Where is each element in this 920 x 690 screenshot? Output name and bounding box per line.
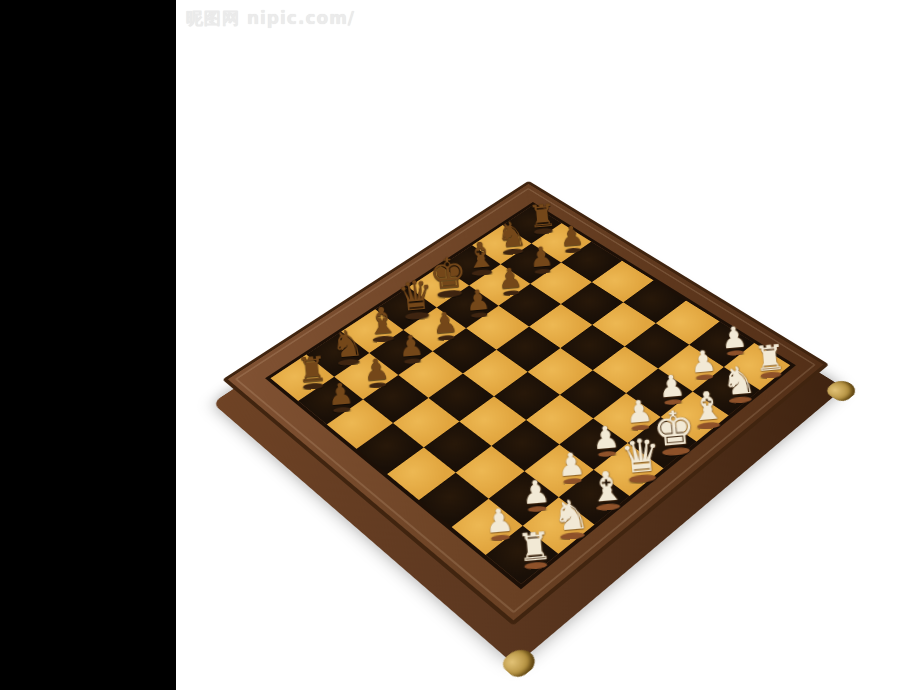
board-frame: ♜♞♝♛♚♝♞♜♟♟♟♟♟♟♟♟♟♟♟♟♟♟♟♟♜♞♝♛♚♝♞♜	[222, 181, 829, 626]
brass-foot-front-icon	[823, 377, 860, 404]
brass-foot-left-icon	[498, 645, 540, 681]
chess-board: ♜♞♝♛♚♝♞♜♟♟♟♟♟♟♟♟♟♟♟♟♟♟♟♟♜♞♝♛♚♝♞♜	[222, 181, 829, 626]
photo-canvas: 昵图网 nipic.com/ ♜♞♝♛♚♝♞♜♟♟♟♟♟♟♟♟♟♟♟♟♟♟♟♟♜…	[0, 0, 920, 690]
white-rook[interactable]: ♜	[507, 525, 562, 568]
left-black-bar	[0, 0, 176, 690]
site-watermark: 昵图网 nipic.com/	[186, 7, 355, 30]
chessboard-scene: ♜♞♝♛♚♝♞♜♟♟♟♟♟♟♟♟♟♟♟♟♟♟♟♟♜♞♝♛♚♝♞♜	[164, 14, 879, 690]
board-grid: ♜♞♝♛♚♝♞♜♟♟♟♟♟♟♟♟♟♟♟♟♟♟♟♟♜♞♝♛♚♝♞♜	[271, 205, 791, 584]
black-pawn[interactable]: ♟	[316, 378, 365, 411]
